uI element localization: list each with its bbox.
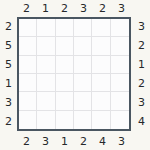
top-clues-row: 2 1 2 3 2 3 bbox=[17, 0, 131, 17]
cell-r6c6[interactable] bbox=[111, 111, 129, 129]
cell-r4c1[interactable] bbox=[19, 74, 37, 92]
cell-r4c3[interactable] bbox=[56, 74, 74, 92]
cell-r6c4[interactable] bbox=[74, 111, 92, 129]
cell-r6c1[interactable] bbox=[19, 111, 37, 129]
clue-top-5: 2 bbox=[93, 0, 112, 17]
cell-r4c6[interactable] bbox=[111, 74, 129, 92]
clue-bottom-4: 2 bbox=[74, 133, 93, 150]
clue-right-5: 3 bbox=[133, 93, 150, 112]
cell-r6c5[interactable] bbox=[92, 111, 110, 129]
clue-right-1: 3 bbox=[133, 17, 150, 36]
clue-top-1: 2 bbox=[17, 0, 36, 17]
clue-bottom-2: 3 bbox=[36, 133, 55, 150]
bottom-clues-row: 2 3 1 2 4 3 bbox=[17, 133, 131, 150]
clue-right-3: 1 bbox=[133, 55, 150, 74]
clue-top-6: 3 bbox=[112, 0, 131, 17]
cell-r1c4[interactable] bbox=[74, 19, 92, 37]
cell-r5c4[interactable] bbox=[74, 92, 92, 110]
cell-r2c1[interactable] bbox=[19, 37, 37, 55]
cell-r3c6[interactable] bbox=[111, 56, 129, 74]
cell-r1c6[interactable] bbox=[111, 19, 129, 37]
clue-bottom-5: 4 bbox=[93, 133, 112, 150]
left-clues-column: 2 5 5 1 3 2 bbox=[0, 17, 17, 131]
clue-left-6: 2 bbox=[0, 112, 17, 131]
cell-r1c2[interactable] bbox=[37, 19, 55, 37]
cell-r5c3[interactable] bbox=[56, 92, 74, 110]
clue-top-3: 2 bbox=[55, 0, 74, 17]
right-clues-column: 3 2 1 2 3 4 bbox=[133, 17, 150, 131]
cell-r4c2[interactable] bbox=[37, 74, 55, 92]
cell-r5c6[interactable] bbox=[111, 92, 129, 110]
cell-r5c1[interactable] bbox=[19, 92, 37, 110]
cell-r2c6[interactable] bbox=[111, 37, 129, 55]
skyscrapers-puzzle-page: 2 1 2 3 2 3 2 5 5 1 3 2 3 2 1 2 3 4 2 3 … bbox=[0, 0, 150, 150]
clue-right-4: 2 bbox=[133, 74, 150, 93]
clue-bottom-6: 3 bbox=[112, 133, 131, 150]
clue-right-2: 2 bbox=[133, 36, 150, 55]
clue-top-2: 1 bbox=[36, 0, 55, 17]
cell-r1c5[interactable] bbox=[92, 19, 110, 37]
clue-left-2: 5 bbox=[0, 36, 17, 55]
cell-r2c5[interactable] bbox=[92, 37, 110, 55]
cell-r3c4[interactable] bbox=[74, 56, 92, 74]
clue-top-4: 3 bbox=[74, 0, 93, 17]
cell-r1c3[interactable] bbox=[56, 19, 74, 37]
cell-r3c2[interactable] bbox=[37, 56, 55, 74]
cell-r6c2[interactable] bbox=[37, 111, 55, 129]
cell-r3c5[interactable] bbox=[92, 56, 110, 74]
cell-r2c4[interactable] bbox=[74, 37, 92, 55]
cell-r5c2[interactable] bbox=[37, 92, 55, 110]
clue-bottom-3: 1 bbox=[55, 133, 74, 150]
cell-r4c5[interactable] bbox=[92, 74, 110, 92]
cell-r2c3[interactable] bbox=[56, 37, 74, 55]
cell-r4c4[interactable] bbox=[74, 74, 92, 92]
cell-r5c5[interactable] bbox=[92, 92, 110, 110]
cell-r1c1[interactable] bbox=[19, 19, 37, 37]
puzzle-grid bbox=[17, 17, 131, 131]
cell-r3c1[interactable] bbox=[19, 56, 37, 74]
clue-left-5: 3 bbox=[0, 93, 17, 112]
clue-left-1: 2 bbox=[0, 17, 17, 36]
cell-r3c3[interactable] bbox=[56, 56, 74, 74]
clue-right-6: 4 bbox=[133, 112, 150, 131]
clue-left-4: 1 bbox=[0, 74, 17, 93]
cell-r6c3[interactable] bbox=[56, 111, 74, 129]
clue-bottom-1: 2 bbox=[17, 133, 36, 150]
cell-r2c2[interactable] bbox=[37, 37, 55, 55]
clue-left-3: 5 bbox=[0, 55, 17, 74]
